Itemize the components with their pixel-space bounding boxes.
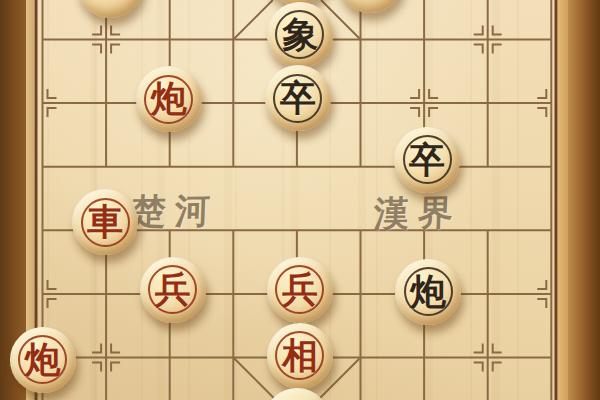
piece-glyph: 炮 <box>151 66 187 132</box>
piece-glyph: 卒 <box>409 127 445 193</box>
piece-glyph: 車 <box>87 189 123 255</box>
river-label-chu-he: 楚河 <box>130 187 220 236</box>
piece-glyph: 炮 <box>25 327 61 393</box>
red-soldier-2[interactable]: 兵 <box>267 257 333 323</box>
red-elephant[interactable]: 相 <box>267 323 333 389</box>
black-cannon[interactable]: 炮 <box>395 259 461 325</box>
piece-glyph: 炮 <box>410 259 446 325</box>
red-chariot[interactable]: 車 <box>72 189 138 255</box>
red-cannon-1[interactable]: 炮 <box>136 66 202 132</box>
river-label-han-jie: 漢界 <box>373 189 463 238</box>
piece-glyph: 象 <box>282 2 318 68</box>
piece-glyph: 兵 <box>155 257 191 323</box>
red-soldier-1[interactable]: 兵 <box>140 257 206 323</box>
black-elephant[interactable]: 象 <box>267 2 333 68</box>
piece-glyph: 兵 <box>282 257 318 323</box>
piece-glyph: 相 <box>282 323 318 389</box>
black-soldier-1[interactable]: 卒 <box>265 65 331 131</box>
xiangqi-board: 楚河 漢界 象炮卒卒車兵兵炮炮相 <box>0 0 600 400</box>
piece-glyph: 卒 <box>280 65 316 131</box>
red-cannon-2[interactable]: 炮 <box>10 327 76 393</box>
black-soldier-2[interactable]: 卒 <box>394 127 460 193</box>
